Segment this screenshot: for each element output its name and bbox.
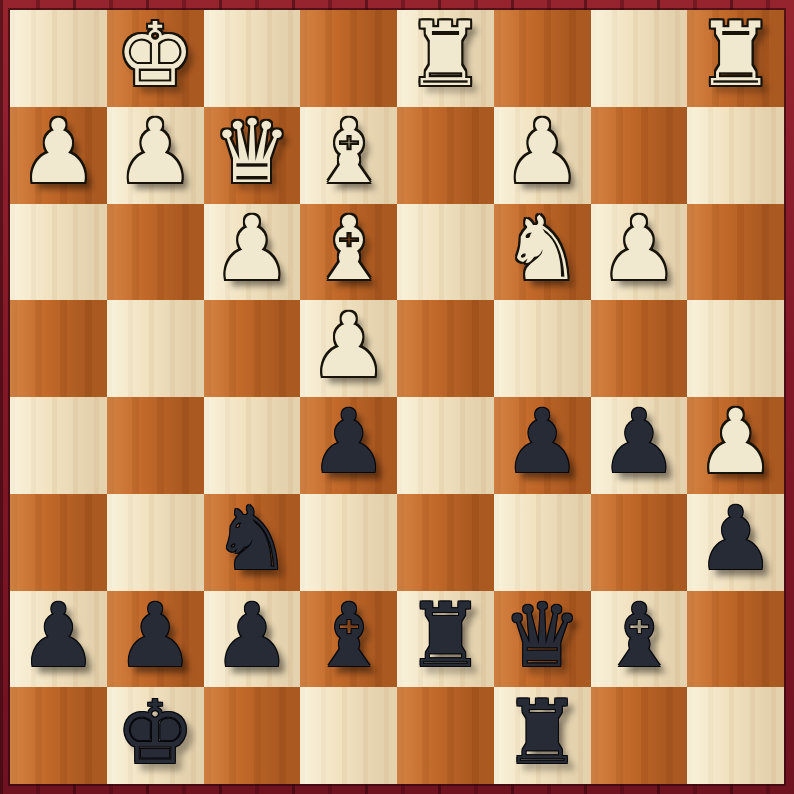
square-b4[interactable]: [591, 300, 688, 397]
board-frame: ♚♜♜♟♟♛♝♟♟♝♞♟♟♟♟♟♟♞♟♟♟♟♝♜♛♝♚♜: [0, 0, 794, 794]
square-a1[interactable]: ♜: [687, 10, 784, 107]
square-e3[interactable]: ♝: [300, 204, 397, 301]
piece-white-king[interactable]: ♚: [116, 11, 195, 99]
piece-white-bishop[interactable]: ♝: [309, 108, 388, 196]
piece-black-knight[interactable]: ♞: [212, 495, 291, 583]
square-g8[interactable]: ♚: [107, 687, 204, 784]
piece-white-knight[interactable]: ♞: [503, 205, 582, 293]
square-a3[interactable]: [687, 204, 784, 301]
square-b8[interactable]: [591, 687, 688, 784]
square-h6[interactable]: [10, 494, 107, 591]
square-a4[interactable]: [687, 300, 784, 397]
square-h7[interactable]: ♟: [10, 591, 107, 688]
square-d2[interactable]: [397, 107, 494, 204]
piece-black-pawn[interactable]: ♟: [309, 398, 388, 486]
square-g3[interactable]: [107, 204, 204, 301]
square-a6[interactable]: ♟: [687, 494, 784, 591]
square-c1[interactable]: [494, 10, 591, 107]
square-e6[interactable]: [300, 494, 397, 591]
square-g1[interactable]: ♚: [107, 10, 204, 107]
square-a7[interactable]: [687, 591, 784, 688]
square-d3[interactable]: [397, 204, 494, 301]
square-d4[interactable]: [397, 300, 494, 397]
square-a5[interactable]: ♟: [687, 397, 784, 494]
square-c8[interactable]: ♜: [494, 687, 591, 784]
square-f3[interactable]: ♟: [204, 204, 301, 301]
square-d5[interactable]: [397, 397, 494, 494]
piece-white-pawn[interactable]: ♟: [19, 108, 98, 196]
piece-white-pawn[interactable]: ♟: [599, 205, 678, 293]
piece-white-rook[interactable]: ♜: [406, 11, 485, 99]
square-c4[interactable]: [494, 300, 591, 397]
square-e1[interactable]: [300, 10, 397, 107]
square-c3[interactable]: ♞: [494, 204, 591, 301]
piece-black-pawn[interactable]: ♟: [503, 398, 582, 486]
square-a8[interactable]: [687, 687, 784, 784]
square-f6[interactable]: ♞: [204, 494, 301, 591]
piece-white-pawn[interactable]: ♟: [503, 108, 582, 196]
square-a2[interactable]: [687, 107, 784, 204]
square-c7[interactable]: ♛: [494, 591, 591, 688]
square-b3[interactable]: ♟: [591, 204, 688, 301]
square-f7[interactable]: ♟: [204, 591, 301, 688]
square-h8[interactable]: [10, 687, 107, 784]
piece-black-king[interactable]: ♚: [116, 689, 195, 777]
square-g4[interactable]: [107, 300, 204, 397]
square-g7[interactable]: ♟: [107, 591, 204, 688]
piece-black-queen[interactable]: ♛: [503, 592, 582, 680]
square-f4[interactable]: [204, 300, 301, 397]
square-f8[interactable]: [204, 687, 301, 784]
piece-white-pawn[interactable]: ♟: [696, 398, 775, 486]
square-h5[interactable]: [10, 397, 107, 494]
square-d6[interactable]: [397, 494, 494, 591]
square-g6[interactable]: [107, 494, 204, 591]
square-d8[interactable]: [397, 687, 494, 784]
square-c6[interactable]: [494, 494, 591, 591]
square-e7[interactable]: ♝: [300, 591, 397, 688]
square-h4[interactable]: [10, 300, 107, 397]
square-h1[interactable]: [10, 10, 107, 107]
square-d1[interactable]: ♜: [397, 10, 494, 107]
piece-black-pawn[interactable]: ♟: [19, 592, 98, 680]
square-b5[interactable]: ♟: [591, 397, 688, 494]
piece-white-rook[interactable]: ♜: [696, 11, 775, 99]
square-e5[interactable]: ♟: [300, 397, 397, 494]
square-b1[interactable]: [591, 10, 688, 107]
square-e2[interactable]: ♝: [300, 107, 397, 204]
square-d7[interactable]: ♜: [397, 591, 494, 688]
piece-white-queen[interactable]: ♛: [212, 108, 291, 196]
piece-white-pawn[interactable]: ♟: [116, 108, 195, 196]
piece-black-rook[interactable]: ♜: [406, 592, 485, 680]
square-e8[interactable]: [300, 687, 397, 784]
chess-board: ♚♜♜♟♟♛♝♟♟♝♞♟♟♟♟♟♟♞♟♟♟♟♝♜♛♝♚♜: [10, 10, 784, 784]
piece-black-pawn[interactable]: ♟: [116, 592, 195, 680]
square-f1[interactable]: [204, 10, 301, 107]
square-b7[interactable]: ♝: [591, 591, 688, 688]
square-e4[interactable]: ♟: [300, 300, 397, 397]
piece-black-bishop[interactable]: ♝: [309, 592, 388, 680]
square-h3[interactable]: [10, 204, 107, 301]
square-h2[interactable]: ♟: [10, 107, 107, 204]
piece-black-pawn[interactable]: ♟: [696, 495, 775, 583]
piece-white-bishop[interactable]: ♝: [309, 205, 388, 293]
piece-white-pawn[interactable]: ♟: [212, 205, 291, 293]
piece-black-pawn[interactable]: ♟: [599, 398, 678, 486]
square-b6[interactable]: [591, 494, 688, 591]
piece-black-pawn[interactable]: ♟: [212, 592, 291, 680]
piece-black-rook[interactable]: ♜: [503, 689, 582, 777]
piece-black-bishop[interactable]: ♝: [599, 592, 678, 680]
square-b2[interactable]: [591, 107, 688, 204]
square-g5[interactable]: [107, 397, 204, 494]
square-f5[interactable]: [204, 397, 301, 494]
square-c5[interactable]: ♟: [494, 397, 591, 494]
square-f2[interactable]: ♛: [204, 107, 301, 204]
piece-white-pawn[interactable]: ♟: [309, 302, 388, 390]
square-g2[interactable]: ♟: [107, 107, 204, 204]
square-c2[interactable]: ♟: [494, 107, 591, 204]
